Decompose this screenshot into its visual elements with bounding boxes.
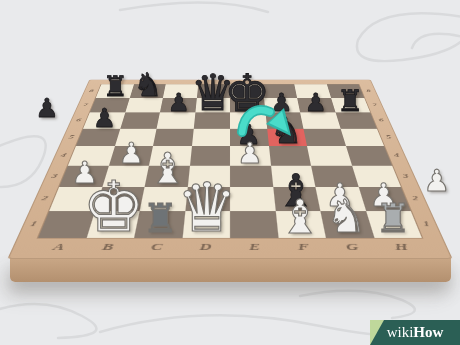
square-b4: [109, 146, 153, 165]
square-b8: [129, 84, 165, 97]
file-label-G: G: [326, 238, 380, 258]
board-front-edge: [10, 258, 451, 282]
square-d7: [195, 98, 230, 113]
file-label-E: E: [230, 238, 280, 258]
square-e4: [230, 146, 270, 165]
square-d2: [185, 187, 230, 211]
square-g2: [315, 187, 365, 211]
square-e7: [230, 98, 265, 113]
file-label-F: F: [278, 238, 330, 258]
square-c2: [140, 187, 188, 211]
square-e1: [230, 211, 278, 238]
wikihow-wiki-text: wiki: [387, 324, 414, 340]
wikihow-badge: wikiHow: [370, 320, 460, 345]
square-c3: [145, 165, 190, 187]
square-a6: [83, 112, 125, 128]
square-e3: [230, 165, 273, 187]
square-b1: [86, 211, 139, 238]
square-b7: [125, 98, 163, 113]
square-d3: [187, 165, 230, 187]
square-d1: [182, 211, 230, 238]
square-c6: [157, 112, 195, 128]
square-f7: [264, 98, 301, 113]
square-c4: [149, 146, 191, 165]
square-f3: [270, 165, 315, 187]
square-b6: [120, 112, 160, 128]
file-label-B: B: [80, 238, 134, 258]
file-label-H: H: [374, 238, 430, 258]
square-a8: [96, 84, 134, 97]
square-f1: [275, 211, 326, 238]
square-f6: [265, 112, 303, 128]
badge-accent-fold: [370, 320, 384, 345]
square-e2: [230, 187, 275, 211]
square-g4: [307, 146, 351, 165]
wikihow-how-text: How: [413, 324, 443, 340]
scene: ABCDEFGH 1122334455667788 ♜♞♟♛♚♟♟♜♟♟♞♝♟♟…: [0, 0, 460, 345]
square-e5: [230, 128, 269, 146]
square-f5: [267, 128, 307, 146]
square-b5: [115, 128, 157, 146]
square-c5: [153, 128, 193, 146]
square-g3: [311, 165, 358, 187]
square-f2: [273, 187, 321, 211]
square-g6: [300, 112, 340, 128]
square-d5: [192, 128, 231, 146]
square-e6: [230, 112, 267, 128]
file-label-A: A: [30, 238, 86, 258]
board-grid: [38, 84, 422, 237]
wikihow-logo-text: wikiHow: [387, 324, 444, 341]
file-label-D: D: [180, 238, 230, 258]
square-e8: [230, 84, 264, 97]
file-label-C: C: [130, 238, 182, 258]
square-a7: [90, 98, 130, 113]
file-labels: ABCDEFGH: [30, 238, 430, 258]
square-g7: [297, 98, 335, 113]
square-d4: [190, 146, 230, 165]
square-a4: [68, 146, 114, 165]
square-b2: [94, 187, 144, 211]
square-c8: [163, 84, 198, 97]
square-f4: [269, 146, 311, 165]
square-b3: [102, 165, 149, 187]
square-d8: [196, 84, 230, 97]
square-c7: [160, 98, 197, 113]
square-f8: [262, 84, 297, 97]
square-c1: [134, 211, 185, 238]
square-g8: [294, 84, 330, 97]
square-d6: [193, 112, 230, 128]
square-g5: [303, 128, 345, 146]
square-a5: [76, 128, 120, 146]
